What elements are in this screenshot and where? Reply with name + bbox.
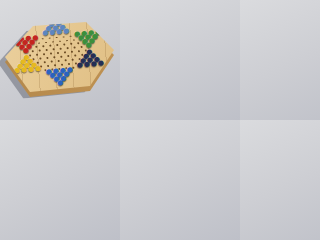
empty-hole-dot bbox=[57, 60, 59, 62]
peg-yellow[interactable]: ● bbox=[21, 67, 28, 75]
board-hole: ● bbox=[59, 82, 63, 86]
empty-hole-dot bbox=[52, 41, 54, 43]
board-hole: ● bbox=[22, 70, 26, 74]
empty-hole-dot bbox=[64, 59, 66, 61]
empty-hole-dot bbox=[69, 35, 71, 37]
peg-yellow[interactable]: ● bbox=[35, 65, 42, 73]
empty-hole-dot bbox=[50, 53, 52, 55]
board-hole: ● bbox=[13, 39, 17, 43]
star-grid: ●●●●●●●●●●●●●●●●●●●●●●●●●●●●●●●●●●●●●●●●… bbox=[11, 16, 104, 90]
empty-hole-dot bbox=[74, 47, 76, 49]
empty-hole-dot bbox=[47, 65, 49, 67]
peg-navy[interactable]: ● bbox=[77, 62, 84, 70]
chinese-checkers-board: ●●●●●●●●●●●●●●●●●●●●●●●●●●●●●●●●●●●●●●●●… bbox=[0, 0, 120, 120]
empty-hole-dot bbox=[44, 61, 46, 63]
empty-hole-dot bbox=[63, 44, 65, 46]
empty-hole-dot bbox=[59, 40, 61, 42]
board-hole: ● bbox=[29, 69, 33, 73]
empty-hole-dot bbox=[50, 60, 52, 62]
board-hole: ● bbox=[78, 65, 82, 69]
empty-hole-dot bbox=[47, 57, 49, 59]
empty-hole-dot bbox=[61, 56, 63, 58]
empty-hole-dot bbox=[71, 59, 73, 61]
empty-hole-dot bbox=[64, 51, 66, 53]
empty-hole-dot bbox=[78, 50, 80, 52]
empty-hole-dot bbox=[32, 50, 34, 52]
empty-hole-dot bbox=[70, 43, 72, 45]
peg-navy[interactable]: ● bbox=[91, 61, 98, 69]
empty-hole-dot bbox=[77, 43, 79, 45]
empty-hole-dot bbox=[43, 53, 45, 55]
empty-hole-dot bbox=[68, 55, 70, 57]
peg-sky-blue[interactable]: ● bbox=[52, 17, 59, 25]
empty-hole-dot bbox=[71, 51, 73, 53]
board-hole: ● bbox=[99, 63, 103, 67]
empty-hole-dot bbox=[57, 52, 59, 54]
empty-hole-dot bbox=[41, 38, 43, 40]
empty-hole-dot bbox=[46, 49, 48, 51]
peg-navy[interactable]: ● bbox=[84, 61, 91, 69]
empty-hole-dot bbox=[61, 63, 63, 65]
empty-hole-dot bbox=[40, 57, 42, 59]
empty-hole-dot bbox=[62, 36, 64, 38]
empty-hole-dot bbox=[38, 42, 40, 44]
empty-hole-dot bbox=[67, 47, 69, 49]
board-hole: ● bbox=[53, 20, 57, 24]
peg-blue[interactable]: ● bbox=[57, 79, 64, 87]
board-hole: ● bbox=[36, 68, 40, 72]
board-hole: ● bbox=[92, 63, 96, 67]
empty-hole-dot bbox=[68, 63, 70, 65]
empty-hole-dot bbox=[75, 54, 77, 56]
empty-hole-dot bbox=[81, 46, 83, 48]
empty-hole-dot bbox=[66, 40, 68, 42]
photo-scene: ●●●●●●●●●●●●●●●●●●●●●●●●●●●●●●●●●●●●●●●●… bbox=[0, 0, 120, 120]
peg-yellow[interactable]: ● bbox=[28, 66, 35, 74]
board-hole: ● bbox=[85, 64, 89, 68]
empty-hole-dot bbox=[35, 46, 37, 48]
empty-hole-dot bbox=[53, 49, 55, 51]
empty-hole-dot bbox=[42, 46, 44, 48]
empty-hole-dot bbox=[45, 41, 47, 43]
empty-hole-dot bbox=[39, 50, 41, 52]
empty-hole-dot bbox=[54, 64, 56, 66]
empty-hole-dot bbox=[56, 44, 58, 46]
empty-hole-dot bbox=[49, 45, 51, 47]
empty-hole-dot bbox=[36, 54, 38, 56]
empty-hole-dot bbox=[55, 37, 57, 39]
empty-hole-dot bbox=[54, 56, 56, 58]
empty-hole-dot bbox=[60, 48, 62, 50]
empty-hole-dot bbox=[48, 37, 50, 39]
empty-hole-dot bbox=[73, 39, 75, 41]
